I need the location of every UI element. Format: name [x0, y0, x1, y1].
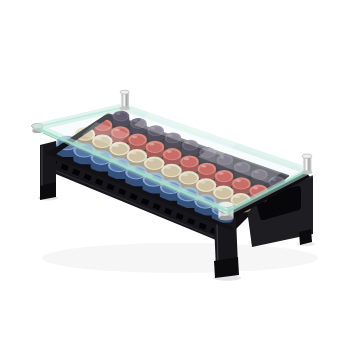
chrome-standoff-back	[120, 90, 130, 110]
chrome-standoff-right	[302, 154, 312, 174]
product-photo-stage	[0, 0, 350, 350]
ground-shadow	[42, 243, 318, 273]
capsule-drawer-photo	[0, 0, 350, 350]
